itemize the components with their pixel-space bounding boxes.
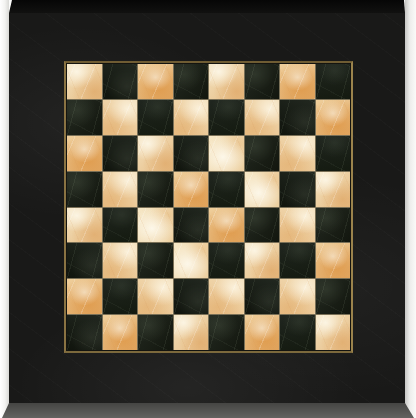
square-a6[interactable] — [67, 136, 102, 171]
square-f5[interactable] — [245, 172, 280, 207]
square-h7[interactable] — [316, 100, 351, 135]
square-e1[interactable] — [209, 315, 244, 350]
board-frame — [9, 13, 405, 403]
square-c1[interactable] — [138, 315, 173, 350]
gold-inlay-line — [64, 61, 353, 353]
square-a8[interactable] — [67, 64, 102, 99]
square-b4[interactable] — [103, 208, 138, 243]
square-e5[interactable] — [209, 172, 244, 207]
square-e7[interactable] — [209, 100, 244, 135]
square-f4[interactable] — [245, 208, 280, 243]
square-b2[interactable] — [103, 279, 138, 314]
square-f7[interactable] — [245, 100, 280, 135]
square-h8[interactable] — [316, 64, 351, 99]
square-h2[interactable] — [316, 279, 351, 314]
square-c8[interactable] — [138, 64, 173, 99]
square-a2[interactable] — [67, 279, 102, 314]
square-h4[interactable] — [316, 208, 351, 243]
square-g1[interactable] — [280, 315, 315, 350]
square-h6[interactable] — [316, 136, 351, 171]
square-h5[interactable] — [316, 172, 351, 207]
frame-outer-edge-bottom — [0, 403, 416, 418]
square-g3[interactable] — [280, 243, 315, 278]
square-a1[interactable] — [67, 315, 102, 350]
square-c3[interactable] — [138, 243, 173, 278]
square-g6[interactable] — [280, 136, 315, 171]
square-d6[interactable] — [174, 136, 209, 171]
square-c4[interactable] — [138, 208, 173, 243]
frame-outer-edge-top — [0, 0, 416, 13]
square-g8[interactable] — [280, 64, 315, 99]
square-g5[interactable] — [280, 172, 315, 207]
chessboard-photo — [0, 0, 416, 418]
square-b5[interactable] — [103, 172, 138, 207]
square-e4[interactable] — [209, 208, 244, 243]
square-b3[interactable] — [103, 243, 138, 278]
square-c7[interactable] — [138, 100, 173, 135]
square-a5[interactable] — [67, 172, 102, 207]
square-b1[interactable] — [103, 315, 138, 350]
square-d8[interactable] — [174, 64, 209, 99]
square-b8[interactable] — [103, 64, 138, 99]
square-d1[interactable] — [174, 315, 209, 350]
square-a4[interactable] — [67, 208, 102, 243]
square-e2[interactable] — [209, 279, 244, 314]
square-a7[interactable] — [67, 100, 102, 135]
square-e3[interactable] — [209, 243, 244, 278]
square-a3[interactable] — [67, 243, 102, 278]
square-f6[interactable] — [245, 136, 280, 171]
square-b7[interactable] — [103, 100, 138, 135]
square-d2[interactable] — [174, 279, 209, 314]
square-e8[interactable] — [209, 64, 244, 99]
square-h1[interactable] — [316, 315, 351, 350]
square-f1[interactable] — [245, 315, 280, 350]
square-f3[interactable] — [245, 243, 280, 278]
square-b6[interactable] — [103, 136, 138, 171]
square-c6[interactable] — [138, 136, 173, 171]
square-d3[interactable] — [174, 243, 209, 278]
square-c5[interactable] — [138, 172, 173, 207]
square-g7[interactable] — [280, 100, 315, 135]
square-d5[interactable] — [174, 172, 209, 207]
square-f8[interactable] — [245, 64, 280, 99]
square-g4[interactable] — [280, 208, 315, 243]
square-e6[interactable] — [209, 136, 244, 171]
square-h3[interactable] — [316, 243, 351, 278]
square-f2[interactable] — [245, 279, 280, 314]
chess-board — [67, 64, 350, 350]
frame-outer-edge-left — [0, 0, 9, 418]
square-c2[interactable] — [138, 279, 173, 314]
square-g2[interactable] — [280, 279, 315, 314]
square-d7[interactable] — [174, 100, 209, 135]
square-d4[interactable] — [174, 208, 209, 243]
frame-outer-edge-right — [405, 0, 416, 418]
